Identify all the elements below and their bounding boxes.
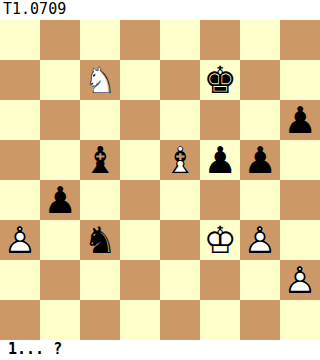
square-g4[interactable] xyxy=(240,180,280,220)
square-g7[interactable] xyxy=(240,60,280,100)
square-f6[interactable] xyxy=(200,100,240,140)
white-piece-outline: ♗ xyxy=(160,140,200,180)
black-piece-glyph: ♟ xyxy=(280,100,320,140)
piece-white-pawn: ♟♙ xyxy=(0,220,40,260)
square-d1[interactable] xyxy=(120,300,160,340)
chess-trainer-window: T1.0709 ♞♘♚♟♝♝♗♟♟♟♟♙♞♚♔♟♙♟♙ 1... ? xyxy=(0,0,320,360)
square-h5[interactable] xyxy=(280,140,320,180)
move-prompt: 1... ? xyxy=(0,340,320,360)
square-c2[interactable] xyxy=(80,260,120,300)
black-piece-glyph: ♟ xyxy=(200,140,240,180)
piece-white-pawn: ♟♙ xyxy=(280,260,320,300)
white-piece-outline: ♙ xyxy=(0,220,40,260)
square-b4[interactable]: ♟ xyxy=(40,180,80,220)
square-c8[interactable] xyxy=(80,20,120,60)
square-d5[interactable] xyxy=(120,140,160,180)
square-g5[interactable]: ♟ xyxy=(240,140,280,180)
square-f3[interactable]: ♚♔ xyxy=(200,220,240,260)
square-c4[interactable] xyxy=(80,180,120,220)
square-b3[interactable] xyxy=(40,220,80,260)
piece-black-pawn: ♟ xyxy=(40,180,80,220)
black-piece-glyph: ♚ xyxy=(200,60,240,100)
square-a8[interactable] xyxy=(0,20,40,60)
piece-white-bishop: ♝♗ xyxy=(160,140,200,180)
square-e7[interactable] xyxy=(160,60,200,100)
square-c1[interactable] xyxy=(80,300,120,340)
square-h8[interactable] xyxy=(280,20,320,60)
square-c3[interactable]: ♞ xyxy=(80,220,120,260)
piece-black-pawn: ♟ xyxy=(240,140,280,180)
square-f2[interactable] xyxy=(200,260,240,300)
square-d4[interactable] xyxy=(120,180,160,220)
square-e4[interactable] xyxy=(160,180,200,220)
square-b6[interactable] xyxy=(40,100,80,140)
square-g3[interactable]: ♟♙ xyxy=(240,220,280,260)
piece-white-king: ♚♔ xyxy=(200,220,240,260)
white-piece-outline: ♙ xyxy=(240,220,280,260)
square-h3[interactable] xyxy=(280,220,320,260)
white-piece-outline: ♙ xyxy=(280,260,320,300)
square-e5[interactable]: ♝♗ xyxy=(160,140,200,180)
white-piece-fill: ♞ xyxy=(80,60,120,100)
square-h1[interactable] xyxy=(280,300,320,340)
square-d8[interactable] xyxy=(120,20,160,60)
white-piece-fill: ♚ xyxy=(200,220,240,260)
square-a3[interactable]: ♟♙ xyxy=(0,220,40,260)
square-c5[interactable]: ♝ xyxy=(80,140,120,180)
square-a6[interactable] xyxy=(0,100,40,140)
square-h7[interactable] xyxy=(280,60,320,100)
white-piece-fill: ♟ xyxy=(280,260,320,300)
piece-black-king: ♚ xyxy=(200,60,240,100)
black-piece-glyph: ♟ xyxy=(240,140,280,180)
piece-black-knight: ♞ xyxy=(80,220,120,260)
black-piece-glyph: ♝ xyxy=(80,140,120,180)
white-piece-outline: ♔ xyxy=(200,220,240,260)
square-e6[interactable] xyxy=(160,100,200,140)
white-piece-outline: ♘ xyxy=(80,60,120,100)
square-g1[interactable] xyxy=(240,300,280,340)
square-a2[interactable] xyxy=(0,260,40,300)
puzzle-id: T1.0709 xyxy=(0,0,320,20)
piece-black-bishop: ♝ xyxy=(80,140,120,180)
square-d6[interactable] xyxy=(120,100,160,140)
square-g2[interactable] xyxy=(240,260,280,300)
square-e8[interactable] xyxy=(160,20,200,60)
black-piece-glyph: ♞ xyxy=(80,220,120,260)
square-g8[interactable] xyxy=(240,20,280,60)
square-b1[interactable] xyxy=(40,300,80,340)
square-a4[interactable] xyxy=(0,180,40,220)
square-f7[interactable]: ♚ xyxy=(200,60,240,100)
square-a5[interactable] xyxy=(0,140,40,180)
white-piece-fill: ♝ xyxy=(160,140,200,180)
square-d7[interactable] xyxy=(120,60,160,100)
piece-white-knight: ♞♘ xyxy=(80,60,120,100)
square-b8[interactable] xyxy=(40,20,80,60)
chess-board: ♞♘♚♟♝♝♗♟♟♟♟♙♞♚♔♟♙♟♙ xyxy=(0,20,320,340)
piece-black-pawn: ♟ xyxy=(280,100,320,140)
white-piece-fill: ♟ xyxy=(0,220,40,260)
square-c6[interactable] xyxy=(80,100,120,140)
square-b7[interactable] xyxy=(40,60,80,100)
square-b2[interactable] xyxy=(40,260,80,300)
square-h6[interactable]: ♟ xyxy=(280,100,320,140)
square-f1[interactable] xyxy=(200,300,240,340)
piece-black-pawn: ♟ xyxy=(200,140,240,180)
square-b5[interactable] xyxy=(40,140,80,180)
square-d2[interactable] xyxy=(120,260,160,300)
square-e1[interactable] xyxy=(160,300,200,340)
square-g6[interactable] xyxy=(240,100,280,140)
square-a1[interactable] xyxy=(0,300,40,340)
square-c7[interactable]: ♞♘ xyxy=(80,60,120,100)
square-a7[interactable] xyxy=(0,60,40,100)
square-h2[interactable]: ♟♙ xyxy=(280,260,320,300)
square-d3[interactable] xyxy=(120,220,160,260)
square-e2[interactable] xyxy=(160,260,200,300)
piece-white-pawn: ♟♙ xyxy=(240,220,280,260)
black-piece-glyph: ♟ xyxy=(40,180,80,220)
square-e3[interactable] xyxy=(160,220,200,260)
square-f4[interactable] xyxy=(200,180,240,220)
square-f8[interactable] xyxy=(200,20,240,60)
square-f5[interactable]: ♟ xyxy=(200,140,240,180)
square-h4[interactable] xyxy=(280,180,320,220)
white-piece-fill: ♟ xyxy=(240,220,280,260)
